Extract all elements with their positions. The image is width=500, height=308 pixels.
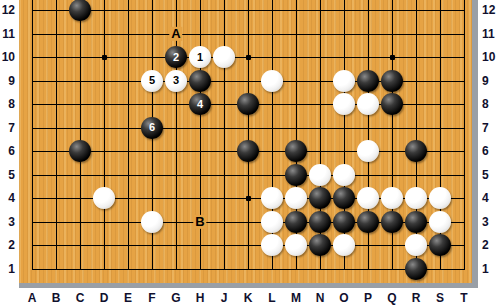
grid-line-horizontal <box>32 245 465 246</box>
black-stone-m5[interactable] <box>285 164 307 186</box>
column-coordinate: C <box>76 292 85 304</box>
star-point <box>246 55 251 60</box>
stone-move-number: 5 <box>149 75 155 86</box>
black-stone-q3[interactable] <box>381 211 403 233</box>
grid-line-horizontal <box>32 34 465 35</box>
column-coordinate: R <box>412 292 421 304</box>
black-stone-h8[interactable]: 4 <box>189 93 211 115</box>
grid-line-vertical <box>80 0 81 270</box>
grid-line-vertical <box>56 0 57 270</box>
star-point <box>246 196 251 201</box>
board-shadow-right <box>472 0 478 288</box>
white-stone-f9[interactable]: 5 <box>141 70 163 92</box>
white-stone-m2[interactable] <box>285 234 307 256</box>
grid-line-vertical <box>464 0 465 270</box>
black-stone-p3[interactable] <box>357 211 379 233</box>
row-coordinate-right: 2 <box>482 239 500 251</box>
black-stone-c12[interactable] <box>69 0 91 21</box>
row-coordinate-right: 8 <box>482 98 500 110</box>
grid-line-vertical <box>224 0 225 270</box>
column-coordinate: M <box>291 292 301 304</box>
row-coordinate-left: 2 <box>0 239 15 251</box>
column-coordinate: F <box>148 292 155 304</box>
white-stone-l9[interactable] <box>261 70 283 92</box>
white-stone-r4[interactable] <box>405 187 427 209</box>
row-coordinate-right: 1 <box>482 263 500 275</box>
white-stone-o5[interactable] <box>333 164 355 186</box>
grid-line-vertical <box>248 0 249 270</box>
black-stone-o4[interactable] <box>333 187 355 209</box>
white-stone-l4[interactable] <box>261 187 283 209</box>
star-point <box>102 55 107 60</box>
white-stone-s3[interactable] <box>429 211 451 233</box>
column-coordinate: L <box>268 292 275 304</box>
stone-move-number: 4 <box>197 99 203 110</box>
row-coordinate-right: 6 <box>482 145 500 157</box>
go-board[interactable]: 123456AB <box>19 0 472 283</box>
white-stone-p4[interactable] <box>357 187 379 209</box>
column-coordinate: O <box>339 292 348 304</box>
row-coordinate-left: 8 <box>0 98 15 110</box>
row-coordinate-right: 5 <box>482 169 500 181</box>
row-coordinate-left: 4 <box>0 192 15 204</box>
grid-line-vertical <box>104 0 105 270</box>
white-stone-j10[interactable] <box>213 46 235 68</box>
grid-line-horizontal <box>32 10 465 11</box>
row-coordinate-left: 12 <box>0 4 15 16</box>
star-point <box>390 55 395 60</box>
black-stone-q8[interactable] <box>381 93 403 115</box>
column-coordinate: P <box>364 292 372 304</box>
row-coordinate-right: 7 <box>482 122 500 134</box>
white-stone-l2[interactable] <box>261 234 283 256</box>
black-stone-o3[interactable] <box>333 211 355 233</box>
row-coordinate-left: 10 <box>0 51 15 63</box>
white-stone-d4[interactable] <box>93 187 115 209</box>
column-coordinate: Q <box>387 292 396 304</box>
white-stone-p6[interactable] <box>357 140 379 162</box>
row-coordinate-left: 7 <box>0 122 15 134</box>
row-coordinate-right: 11 <box>482 28 500 40</box>
black-stone-q9[interactable] <box>381 70 403 92</box>
white-stone-p8[interactable] <box>357 93 379 115</box>
row-coordinate-left: 11 <box>0 28 15 40</box>
column-coordinate: N <box>316 292 325 304</box>
column-coordinate: B <box>52 292 61 304</box>
white-stone-f3[interactable] <box>141 211 163 233</box>
black-stone-g10[interactable]: 2 <box>165 46 187 68</box>
row-coordinate-left: 5 <box>0 169 15 181</box>
column-coordinate: T <box>460 292 467 304</box>
black-stone-s2[interactable] <box>429 234 451 256</box>
black-stone-k6[interactable] <box>237 140 259 162</box>
row-coordinate-right: 3 <box>482 216 500 228</box>
column-coordinate: H <box>196 292 205 304</box>
go-diagram: 123456AB 121110987654321121110987654321A… <box>0 0 500 308</box>
white-stone-o8[interactable] <box>333 93 355 115</box>
black-stone-p9[interactable] <box>357 70 379 92</box>
grid-line-horizontal <box>32 128 465 129</box>
white-stone-l3[interactable] <box>261 211 283 233</box>
grid-line-horizontal <box>32 269 465 270</box>
column-coordinate: E <box>124 292 132 304</box>
black-stone-r3[interactable] <box>405 211 427 233</box>
row-coordinate-right: 9 <box>482 75 500 87</box>
column-coordinate: D <box>100 292 109 304</box>
column-coordinate: K <box>244 292 253 304</box>
black-stone-n2[interactable] <box>309 234 331 256</box>
stone-move-number: 1 <box>197 52 203 63</box>
column-coordinate: G <box>171 292 180 304</box>
white-stone-r2[interactable] <box>405 234 427 256</box>
black-stone-m6[interactable] <box>285 140 307 162</box>
row-coordinate-left: 6 <box>0 145 15 157</box>
white-stone-n5[interactable] <box>309 164 331 186</box>
grid-line-vertical <box>32 0 33 270</box>
black-stone-m3[interactable] <box>285 211 307 233</box>
grid-line-vertical <box>200 0 201 270</box>
column-coordinate: A <box>28 292 37 304</box>
black-stone-n3[interactable] <box>309 211 331 233</box>
row-coordinate-right: 12 <box>482 4 500 16</box>
white-stone-o2[interactable] <box>333 234 355 256</box>
grid-line-vertical <box>128 0 129 270</box>
black-stone-h9[interactable] <box>189 70 211 92</box>
black-stone-n4[interactable] <box>309 187 331 209</box>
column-coordinate: J <box>221 292 228 304</box>
black-stone-k8[interactable] <box>237 93 259 115</box>
board-shadow-bottom <box>19 283 478 288</box>
white-stone-g9[interactable]: 3 <box>165 70 187 92</box>
black-stone-c6[interactable] <box>69 140 91 162</box>
white-stone-q4[interactable] <box>381 187 403 209</box>
stone-move-number: 2 <box>173 52 179 63</box>
column-coordinate: S <box>436 292 444 304</box>
point-label-b: B <box>193 214 206 228</box>
white-stone-h10[interactable]: 1 <box>189 46 211 68</box>
row-coordinate-left: 9 <box>0 75 15 87</box>
row-coordinate-left: 3 <box>0 216 15 228</box>
row-coordinate-right: 10 <box>482 51 500 63</box>
black-stone-r6[interactable] <box>405 140 427 162</box>
row-coordinate-right: 4 <box>482 192 500 204</box>
black-stone-r1[interactable] <box>405 258 427 280</box>
grid-line-horizontal <box>32 175 465 176</box>
white-stone-s4[interactable] <box>429 187 451 209</box>
white-stone-o9[interactable] <box>333 70 355 92</box>
white-stone-m4[interactable] <box>285 187 307 209</box>
black-stone-f7[interactable]: 6 <box>141 117 163 139</box>
stone-move-number: 3 <box>173 75 179 86</box>
point-label-a: A <box>169 26 182 40</box>
stone-move-number: 6 <box>149 122 155 133</box>
row-coordinate-left: 1 <box>0 263 15 275</box>
